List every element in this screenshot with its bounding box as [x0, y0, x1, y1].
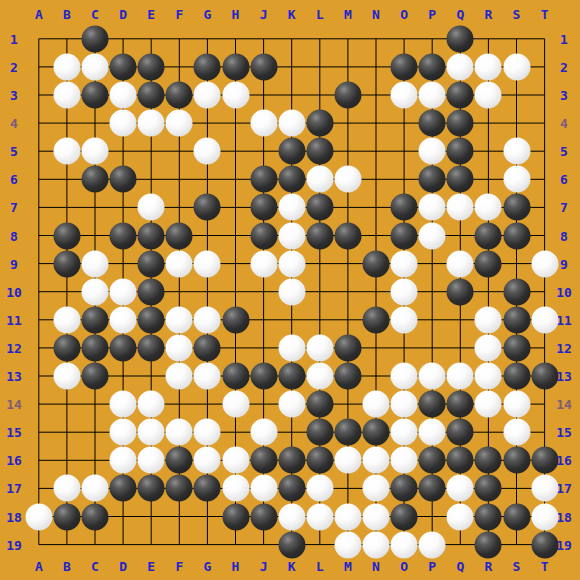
stone-white-K18[interactable] — [278, 503, 305, 530]
stone-white-Q17[interactable] — [447, 475, 474, 502]
stone-white-L17[interactable] — [306, 475, 333, 502]
stone-white-G11[interactable] — [194, 306, 221, 333]
stone-black-G17[interactable] — [194, 475, 221, 502]
stone-white-J15[interactable] — [250, 419, 277, 446]
stone-black-H2[interactable] — [222, 53, 249, 80]
stone-black-S12[interactable] — [503, 334, 530, 361]
stone-black-O17[interactable] — [391, 475, 418, 502]
stone-white-H17[interactable] — [222, 475, 249, 502]
stone-white-T18[interactable] — [531, 503, 558, 530]
stone-white-P5[interactable] — [419, 138, 446, 165]
stone-black-Q6[interactable] — [447, 166, 474, 193]
stone-white-E4[interactable] — [138, 110, 165, 137]
stone-black-E8[interactable] — [138, 222, 165, 249]
stone-white-R11[interactable] — [475, 306, 502, 333]
stone-black-P4[interactable] — [419, 110, 446, 137]
stone-white-M6[interactable] — [334, 166, 361, 193]
stone-black-G12[interactable] — [194, 334, 221, 361]
stone-black-O8[interactable] — [391, 222, 418, 249]
stone-white-J9[interactable] — [250, 250, 277, 277]
stone-black-S8[interactable] — [503, 222, 530, 249]
stone-black-M8[interactable] — [334, 222, 361, 249]
stone-white-H16[interactable] — [222, 447, 249, 474]
stone-white-P7[interactable] — [419, 194, 446, 221]
stone-black-L8[interactable] — [306, 222, 333, 249]
stone-black-D6[interactable] — [110, 166, 137, 193]
stone-white-F9[interactable] — [166, 250, 193, 277]
stone-white-D16[interactable] — [110, 447, 137, 474]
stone-black-Q3[interactable] — [447, 82, 474, 109]
stone-black-M15[interactable] — [334, 419, 361, 446]
stone-white-S6[interactable] — [503, 166, 530, 193]
stone-black-L14[interactable] — [306, 391, 333, 418]
stone-black-D17[interactable] — [110, 475, 137, 502]
stone-white-P8[interactable] — [419, 222, 446, 249]
stone-white-R14[interactable] — [475, 391, 502, 418]
stone-black-S10[interactable] — [503, 278, 530, 305]
stone-white-G5[interactable] — [194, 138, 221, 165]
stone-black-N11[interactable] — [363, 306, 390, 333]
stone-black-J16[interactable] — [250, 447, 277, 474]
stone-white-M19[interactable] — [334, 531, 361, 558]
stone-black-S13[interactable] — [503, 363, 530, 390]
stone-black-E3[interactable] — [138, 82, 165, 109]
stone-white-A18[interactable] — [25, 503, 52, 530]
stone-white-R7[interactable] — [475, 194, 502, 221]
stone-white-B2[interactable] — [53, 53, 80, 80]
stone-white-N16[interactable] — [363, 447, 390, 474]
stone-white-P19[interactable] — [419, 531, 446, 558]
stone-black-Q16[interactable] — [447, 447, 474, 474]
stone-black-J13[interactable] — [250, 363, 277, 390]
stone-white-T17[interactable] — [531, 475, 558, 502]
stone-white-L13[interactable] — [306, 363, 333, 390]
stone-white-B5[interactable] — [53, 138, 80, 165]
stone-black-L7[interactable] — [306, 194, 333, 221]
stone-white-P15[interactable] — [419, 419, 446, 446]
stone-black-J2[interactable] — [250, 53, 277, 80]
stone-black-Q15[interactable] — [447, 419, 474, 446]
stone-black-M12[interactable] — [334, 334, 361, 361]
stone-black-L4[interactable] — [306, 110, 333, 137]
stone-white-L18[interactable] — [306, 503, 333, 530]
go-board[interactable]: AABBCCDDEEFFGGHHJJKKLLMMNNOOPPQQRRSSTT11… — [0, 0, 580, 580]
stone-black-H11[interactable] — [222, 306, 249, 333]
stone-black-O18[interactable] — [391, 503, 418, 530]
stone-white-J17[interactable] — [250, 475, 277, 502]
stone-white-D11[interactable] — [110, 306, 137, 333]
stone-white-F13[interactable] — [166, 363, 193, 390]
stone-white-H3[interactable] — [222, 82, 249, 109]
stone-white-O10[interactable] — [391, 278, 418, 305]
stone-white-L6[interactable] — [306, 166, 333, 193]
stone-white-N18[interactable] — [363, 503, 390, 530]
stone-white-F15[interactable] — [166, 419, 193, 446]
stone-black-O2[interactable] — [391, 53, 418, 80]
stone-black-G2[interactable] — [194, 53, 221, 80]
stone-white-M16[interactable] — [334, 447, 361, 474]
stone-white-E14[interactable] — [138, 391, 165, 418]
stone-white-P13[interactable] — [419, 363, 446, 390]
stone-black-E12[interactable] — [138, 334, 165, 361]
stone-black-P14[interactable] — [419, 391, 446, 418]
stone-white-D3[interactable] — [110, 82, 137, 109]
stone-black-J7[interactable] — [250, 194, 277, 221]
stone-black-Q5[interactable] — [447, 138, 474, 165]
stone-white-B13[interactable] — [53, 363, 80, 390]
stone-white-S14[interactable] — [503, 391, 530, 418]
stone-white-G16[interactable] — [194, 447, 221, 474]
stone-black-J8[interactable] — [250, 222, 277, 249]
stone-black-K19[interactable] — [278, 531, 305, 558]
stone-white-D15[interactable] — [110, 419, 137, 446]
stone-white-F4[interactable] — [166, 110, 193, 137]
stone-white-O14[interactable] — [391, 391, 418, 418]
stone-white-K7[interactable] — [278, 194, 305, 221]
stone-black-S16[interactable] — [503, 447, 530, 474]
stone-white-E7[interactable] — [138, 194, 165, 221]
stone-black-F3[interactable] — [166, 82, 193, 109]
stone-black-Q14[interactable] — [447, 391, 474, 418]
stone-black-S11[interactable] — [503, 306, 530, 333]
stone-white-M18[interactable] — [334, 503, 361, 530]
stone-black-L15[interactable] — [306, 419, 333, 446]
stone-white-Q13[interactable] — [447, 363, 474, 390]
stone-black-D12[interactable] — [110, 334, 137, 361]
stone-white-K9[interactable] — [278, 250, 305, 277]
stone-black-T13[interactable] — [531, 363, 558, 390]
stone-black-P2[interactable] — [419, 53, 446, 80]
stone-black-Q10[interactable] — [447, 278, 474, 305]
stone-black-J6[interactable] — [250, 166, 277, 193]
stone-black-L5[interactable] — [306, 138, 333, 165]
stone-white-N17[interactable] — [363, 475, 390, 502]
stone-white-Q2[interactable] — [447, 53, 474, 80]
stone-black-P16[interactable] — [419, 447, 446, 474]
stone-white-K12[interactable] — [278, 334, 305, 361]
stone-white-P3[interactable] — [419, 82, 446, 109]
stone-black-E10[interactable] — [138, 278, 165, 305]
stone-black-D2[interactable] — [110, 53, 137, 80]
stone-black-F16[interactable] — [166, 447, 193, 474]
stone-white-Q18[interactable] — [447, 503, 474, 530]
stone-black-C18[interactable] — [82, 503, 109, 530]
stone-black-M3[interactable] — [334, 82, 361, 109]
stone-white-C17[interactable] — [82, 475, 109, 502]
stone-white-R2[interactable] — [475, 53, 502, 80]
stone-black-K17[interactable] — [278, 475, 305, 502]
stone-white-C2[interactable] — [82, 53, 109, 80]
stone-white-K10[interactable] — [278, 278, 305, 305]
stone-white-O3[interactable] — [391, 82, 418, 109]
stone-white-B17[interactable] — [53, 475, 80, 502]
stone-white-S2[interactable] — [503, 53, 530, 80]
stone-white-G9[interactable] — [194, 250, 221, 277]
stone-white-O19[interactable] — [391, 531, 418, 558]
stone-white-E15[interactable] — [138, 419, 165, 446]
stone-black-C13[interactable] — [82, 363, 109, 390]
stone-white-N14[interactable] — [363, 391, 390, 418]
stone-white-G3[interactable] — [194, 82, 221, 109]
stone-black-H13[interactable] — [222, 363, 249, 390]
stone-white-B11[interactable] — [53, 306, 80, 333]
stone-black-K5[interactable] — [278, 138, 305, 165]
stone-white-Q7[interactable] — [447, 194, 474, 221]
stone-white-C5[interactable] — [82, 138, 109, 165]
stone-white-E16[interactable] — [138, 447, 165, 474]
stone-black-R19[interactable] — [475, 531, 502, 558]
stone-black-Q1[interactable] — [447, 25, 474, 52]
stone-white-G15[interactable] — [194, 419, 221, 446]
stone-black-K13[interactable] — [278, 363, 305, 390]
stone-black-S18[interactable] — [503, 503, 530, 530]
stone-white-S5[interactable] — [503, 138, 530, 165]
stone-black-N15[interactable] — [363, 419, 390, 446]
stone-black-R17[interactable] — [475, 475, 502, 502]
stone-white-L12[interactable] — [306, 334, 333, 361]
stone-white-O16[interactable] — [391, 447, 418, 474]
stone-white-Q9[interactable] — [447, 250, 474, 277]
stone-black-B12[interactable] — [53, 334, 80, 361]
stone-white-S15[interactable] — [503, 419, 530, 446]
stone-black-E9[interactable] — [138, 250, 165, 277]
stone-white-T9[interactable] — [531, 250, 558, 277]
stone-white-F12[interactable] — [166, 334, 193, 361]
stone-black-C6[interactable] — [82, 166, 109, 193]
stone-white-C10[interactable] — [82, 278, 109, 305]
stone-black-M13[interactable] — [334, 363, 361, 390]
stone-white-T11[interactable] — [531, 306, 558, 333]
stone-black-C11[interactable] — [82, 306, 109, 333]
stone-black-F8[interactable] — [166, 222, 193, 249]
stone-black-C12[interactable] — [82, 334, 109, 361]
stone-black-E11[interactable] — [138, 306, 165, 333]
stone-white-K8[interactable] — [278, 222, 305, 249]
stone-white-H14[interactable] — [222, 391, 249, 418]
stone-black-L16[interactable] — [306, 447, 333, 474]
stone-white-D10[interactable] — [110, 278, 137, 305]
stone-black-B9[interactable] — [53, 250, 80, 277]
stone-white-O11[interactable] — [391, 306, 418, 333]
stone-black-R9[interactable] — [475, 250, 502, 277]
stone-black-B18[interactable] — [53, 503, 80, 530]
stone-white-K14[interactable] — [278, 391, 305, 418]
stone-white-O13[interactable] — [391, 363, 418, 390]
stone-white-B3[interactable] — [53, 82, 80, 109]
stone-black-J18[interactable] — [250, 503, 277, 530]
stone-black-E2[interactable] — [138, 53, 165, 80]
stone-white-R13[interactable] — [475, 363, 502, 390]
stone-black-R16[interactable] — [475, 447, 502, 474]
stone-white-N19[interactable] — [363, 531, 390, 558]
stone-black-C3[interactable] — [82, 82, 109, 109]
stone-black-N9[interactable] — [363, 250, 390, 277]
stone-black-D8[interactable] — [110, 222, 137, 249]
stone-white-G13[interactable] — [194, 363, 221, 390]
stone-white-D4[interactable] — [110, 110, 137, 137]
stone-black-T19[interactable] — [531, 531, 558, 558]
stone-black-B8[interactable] — [53, 222, 80, 249]
stone-black-H18[interactable] — [222, 503, 249, 530]
stone-black-R8[interactable] — [475, 222, 502, 249]
stone-white-K4[interactable] — [278, 110, 305, 137]
stone-black-S7[interactable] — [503, 194, 530, 221]
stone-black-E17[interactable] — [138, 475, 165, 502]
stone-black-P17[interactable] — [419, 475, 446, 502]
stone-black-Q4[interactable] — [447, 110, 474, 137]
stone-black-G7[interactable] — [194, 194, 221, 221]
stone-black-T16[interactable] — [531, 447, 558, 474]
stone-black-R18[interactable] — [475, 503, 502, 530]
stone-black-K16[interactable] — [278, 447, 305, 474]
stone-white-R3[interactable] — [475, 82, 502, 109]
stone-black-F17[interactable] — [166, 475, 193, 502]
stone-white-F11[interactable] — [166, 306, 193, 333]
stone-white-O9[interactable] — [391, 250, 418, 277]
stone-black-O7[interactable] — [391, 194, 418, 221]
stone-black-K6[interactable] — [278, 166, 305, 193]
stone-white-J4[interactable] — [250, 110, 277, 137]
stone-white-R12[interactable] — [475, 334, 502, 361]
stone-white-C9[interactable] — [82, 250, 109, 277]
stone-black-C1[interactable] — [82, 25, 109, 52]
stone-white-O15[interactable] — [391, 419, 418, 446]
stone-white-D14[interactable] — [110, 391, 137, 418]
stones-layer — [0, 0, 580, 580]
stone-black-P6[interactable] — [419, 166, 446, 193]
